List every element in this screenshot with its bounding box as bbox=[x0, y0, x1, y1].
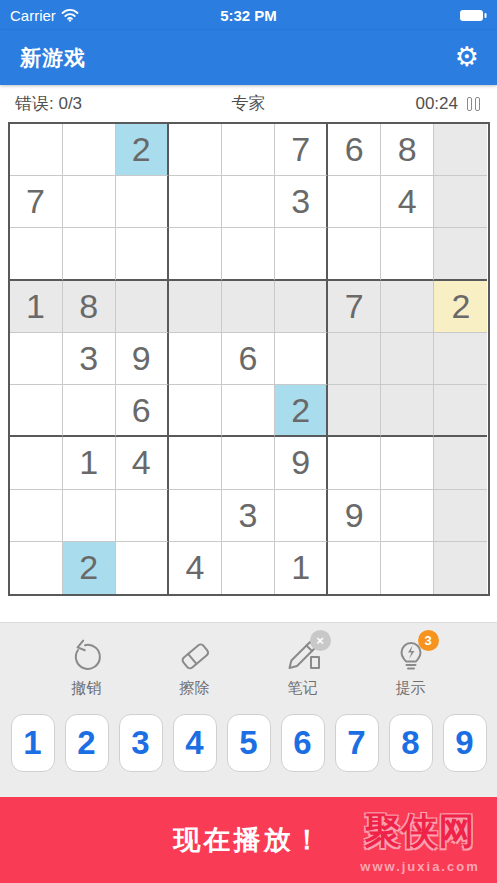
sudoku-cell[interactable] bbox=[222, 281, 275, 333]
app-screen: Carrier 5:32 PM 新游戏 ⚙ 错误: 0/3 专家 00:24 bbox=[0, 0, 497, 883]
sudoku-cell[interactable]: 6 bbox=[116, 385, 169, 437]
sudoku-cell[interactable] bbox=[275, 490, 328, 542]
sudoku-cell[interactable] bbox=[381, 437, 434, 489]
clock: 5:32 PM bbox=[0, 7, 497, 24]
sudoku-cell[interactable] bbox=[10, 333, 63, 385]
sudoku-cell[interactable]: 2 bbox=[275, 385, 328, 437]
sudoku-cell[interactable] bbox=[381, 490, 434, 542]
nav-bar: 新游戏 ⚙ bbox=[0, 30, 497, 85]
sudoku-cell[interactable] bbox=[434, 542, 487, 594]
game-hud: 错误: 0/3 专家 00:24 bbox=[0, 85, 497, 122]
sudoku-cell[interactable] bbox=[222, 385, 275, 437]
sudoku-cell[interactable]: 9 bbox=[116, 333, 169, 385]
numkey-6[interactable]: 6 bbox=[281, 714, 325, 772]
notes-button[interactable]: × 笔记 bbox=[275, 637, 331, 698]
sudoku-cell[interactable] bbox=[222, 542, 275, 594]
numkey-3[interactable]: 3 bbox=[119, 714, 163, 772]
sudoku-cell[interactable]: 1 bbox=[275, 542, 328, 594]
notes-label: 笔记 bbox=[288, 679, 318, 698]
erase-button[interactable]: 擦除 bbox=[167, 637, 223, 698]
sudoku-cell[interactable]: 2 bbox=[116, 124, 169, 176]
sudoku-board: 276873418723966214939241 bbox=[8, 122, 490, 596]
sudoku-cell[interactable] bbox=[434, 176, 487, 228]
sudoku-cell[interactable] bbox=[169, 333, 222, 385]
eraser-icon bbox=[176, 637, 214, 675]
sudoku-cell[interactable] bbox=[381, 228, 434, 280]
notes-off-badge: × bbox=[310, 630, 331, 651]
numkey-5[interactable]: 5 bbox=[227, 714, 271, 772]
sudoku-cell[interactable]: 1 bbox=[10, 281, 63, 333]
sudoku-cell[interactable] bbox=[275, 228, 328, 280]
sudoku-cell[interactable]: 4 bbox=[169, 542, 222, 594]
sudoku-cell[interactable] bbox=[169, 124, 222, 176]
sudoku-cell[interactable] bbox=[328, 385, 381, 437]
watermark-url: www.juxia.com bbox=[360, 859, 479, 874]
sudoku-cell[interactable] bbox=[169, 281, 222, 333]
sudoku-cell[interactable] bbox=[10, 542, 63, 594]
hint-bulb-icon: 3 bbox=[392, 637, 430, 675]
ad-text: 现在播放！ bbox=[174, 822, 324, 858]
sudoku-cell[interactable]: 8 bbox=[63, 281, 116, 333]
sudoku-cell[interactable]: 2 bbox=[63, 542, 116, 594]
sudoku-cell[interactable]: 7 bbox=[328, 281, 381, 333]
hint-count-badge: 3 bbox=[418, 630, 439, 651]
undo-label: 撤销 bbox=[72, 679, 102, 698]
sudoku-cell[interactable] bbox=[63, 124, 116, 176]
sudoku-cell[interactable] bbox=[10, 385, 63, 437]
sudoku-cell[interactable]: 7 bbox=[275, 124, 328, 176]
sudoku-cell[interactable]: 4 bbox=[381, 176, 434, 228]
sudoku-cell[interactable] bbox=[222, 228, 275, 280]
sudoku-cell[interactable] bbox=[10, 490, 63, 542]
numkey-7[interactable]: 7 bbox=[335, 714, 379, 772]
sudoku-cell[interactable]: 1 bbox=[63, 437, 116, 489]
page-title: 新游戏 bbox=[20, 44, 86, 72]
sudoku-cell[interactable] bbox=[381, 281, 434, 333]
sudoku-cell[interactable] bbox=[328, 176, 381, 228]
sudoku-cell[interactable] bbox=[169, 228, 222, 280]
sudoku-cell[interactable]: 3 bbox=[222, 490, 275, 542]
sudoku-cell[interactable]: 3 bbox=[63, 333, 116, 385]
sudoku-cell[interactable] bbox=[10, 228, 63, 280]
sudoku-cell[interactable]: 4 bbox=[116, 437, 169, 489]
settings-gear-icon[interactable]: ⚙ bbox=[455, 44, 479, 71]
number-pad: 1 2 3 4 5 6 7 8 9 bbox=[0, 714, 497, 772]
numkey-9[interactable]: 9 bbox=[443, 714, 487, 772]
numkey-4[interactable]: 4 bbox=[173, 714, 217, 772]
sudoku-cell[interactable] bbox=[328, 333, 381, 385]
sudoku-cell[interactable] bbox=[381, 385, 434, 437]
sudoku-cell[interactable]: 2 bbox=[434, 281, 487, 333]
sudoku-cell[interactable] bbox=[222, 124, 275, 176]
numkey-8[interactable]: 8 bbox=[389, 714, 433, 772]
notes-pencil-icon: × bbox=[284, 637, 322, 675]
sudoku-cell[interactable] bbox=[434, 437, 487, 489]
numkey-1[interactable]: 1 bbox=[11, 714, 55, 772]
sudoku-cell[interactable] bbox=[434, 333, 487, 385]
sudoku-cell[interactable] bbox=[381, 333, 434, 385]
undo-icon bbox=[68, 637, 106, 675]
tools-row: 撤销 擦除 bbox=[0, 637, 497, 698]
sudoku-cell[interactable] bbox=[116, 542, 169, 594]
status-bar: Carrier 5:32 PM bbox=[0, 0, 497, 30]
sudoku-cell[interactable]: 7 bbox=[10, 176, 63, 228]
erase-label: 擦除 bbox=[180, 679, 210, 698]
sudoku-cell[interactable] bbox=[10, 124, 63, 176]
sudoku-cell[interactable] bbox=[169, 385, 222, 437]
sudoku-cell[interactable] bbox=[381, 542, 434, 594]
sudoku-cell[interactable] bbox=[275, 281, 328, 333]
sudoku-cell[interactable] bbox=[222, 437, 275, 489]
numkey-2[interactable]: 2 bbox=[65, 714, 109, 772]
sudoku-cell[interactable] bbox=[222, 176, 275, 228]
sudoku-cell[interactable]: 3 bbox=[275, 176, 328, 228]
sudoku-cell[interactable] bbox=[328, 437, 381, 489]
sudoku-cell[interactable] bbox=[116, 228, 169, 280]
sudoku-cell[interactable] bbox=[169, 490, 222, 542]
sudoku-cell[interactable] bbox=[328, 228, 381, 280]
sudoku-cell[interactable] bbox=[434, 124, 487, 176]
sudoku-cell[interactable]: 6 bbox=[222, 333, 275, 385]
sudoku-cell[interactable] bbox=[169, 437, 222, 489]
sudoku-cell[interactable] bbox=[116, 176, 169, 228]
sudoku-cell[interactable] bbox=[169, 176, 222, 228]
sudoku-cell[interactable] bbox=[434, 385, 487, 437]
control-panel: 撤销 擦除 bbox=[0, 622, 497, 797]
sudoku-cell[interactable] bbox=[116, 490, 169, 542]
sudoku-cell[interactable] bbox=[63, 228, 116, 280]
sudoku-cell[interactable] bbox=[328, 542, 381, 594]
sudoku-cell[interactable] bbox=[434, 228, 487, 280]
sudoku-cell[interactable] bbox=[63, 490, 116, 542]
hint-button[interactable]: 3 提示 bbox=[383, 637, 439, 698]
sudoku-cell[interactable] bbox=[63, 385, 116, 437]
sudoku-cell[interactable]: 9 bbox=[275, 437, 328, 489]
sudoku-cell[interactable] bbox=[63, 176, 116, 228]
ad-banner[interactable]: 现在播放！ 聚侠网 www.juxia.com bbox=[0, 797, 497, 883]
undo-button[interactable]: 撤销 bbox=[59, 637, 115, 698]
watermark-logo: 聚侠网 bbox=[365, 807, 476, 856]
sudoku-cell[interactable]: 9 bbox=[328, 490, 381, 542]
watermark: 聚侠网 www.juxia.com bbox=[351, 797, 489, 883]
sudoku-cell[interactable] bbox=[116, 281, 169, 333]
sudoku-cell[interactable]: 8 bbox=[381, 124, 434, 176]
difficulty-label: 专家 bbox=[0, 92, 497, 115]
sudoku-cell[interactable] bbox=[275, 333, 328, 385]
sudoku-cell[interactable]: 6 bbox=[328, 124, 381, 176]
hint-label: 提示 bbox=[396, 679, 426, 698]
sudoku-cell[interactable] bbox=[10, 437, 63, 489]
sudoku-cell[interactable] bbox=[434, 490, 487, 542]
